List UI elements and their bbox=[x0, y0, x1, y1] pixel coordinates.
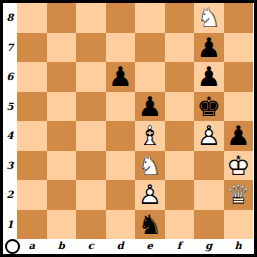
white-knight: ♞♘ bbox=[194, 3, 224, 33]
square-e1[interactable]: ♞ bbox=[135, 210, 165, 240]
square-f5[interactable] bbox=[165, 92, 195, 122]
square-b5[interactable] bbox=[47, 92, 77, 122]
square-d5[interactable] bbox=[106, 92, 136, 122]
square-g4[interactable]: ♟♙ bbox=[194, 121, 224, 151]
rank-label-1: 1 bbox=[3, 210, 17, 240]
white-pawn: ♟♙ bbox=[194, 121, 224, 151]
rank-label-3: 3 bbox=[3, 151, 17, 181]
square-d1[interactable] bbox=[106, 210, 136, 240]
square-c4[interactable] bbox=[76, 121, 106, 151]
square-g6[interactable]: ♟ bbox=[194, 62, 224, 92]
square-c5[interactable] bbox=[76, 92, 106, 122]
square-e2[interactable]: ♟♙ bbox=[135, 180, 165, 210]
black-pawn: ♟ bbox=[224, 121, 254, 151]
square-b3[interactable] bbox=[47, 151, 77, 181]
square-b4[interactable] bbox=[47, 121, 77, 151]
square-b7[interactable] bbox=[47, 33, 77, 63]
square-b1[interactable] bbox=[47, 210, 77, 240]
square-a8[interactable] bbox=[17, 3, 47, 33]
piece-outline-layer: ♘ bbox=[135, 151, 165, 181]
square-c6[interactable] bbox=[76, 62, 106, 92]
black-knight: ♞ bbox=[135, 210, 165, 240]
diagram-frame: 8 7 6 5 4 3 2 1 ♞♘♟♟♟♟♚♝♗♟♙♟♞♘♚♔♟♙♛♕♞ a … bbox=[0, 0, 257, 257]
square-e6[interactable] bbox=[135, 62, 165, 92]
square-f6[interactable] bbox=[165, 62, 195, 92]
square-h8[interactable] bbox=[224, 3, 254, 33]
black-pawn: ♟ bbox=[194, 62, 224, 92]
square-d2[interactable] bbox=[106, 180, 136, 210]
square-a3[interactable] bbox=[17, 151, 47, 181]
file-labels: a b c d e f g h bbox=[17, 239, 253, 254]
square-g8[interactable]: ♞♘ bbox=[194, 3, 224, 33]
square-f8[interactable] bbox=[165, 3, 195, 33]
square-h7[interactable] bbox=[224, 33, 254, 63]
square-d4[interactable] bbox=[106, 121, 136, 151]
file-label-b: b bbox=[47, 239, 77, 254]
piece-outline-layer: ♗ bbox=[135, 121, 165, 151]
square-h1[interactable] bbox=[224, 210, 254, 240]
square-c8[interactable] bbox=[76, 3, 106, 33]
file-label-f: f bbox=[165, 239, 195, 254]
square-b2[interactable] bbox=[47, 180, 77, 210]
square-h4[interactable]: ♟ bbox=[224, 121, 254, 151]
square-a5[interactable] bbox=[17, 92, 47, 122]
square-g2[interactable] bbox=[194, 180, 224, 210]
square-g1[interactable] bbox=[194, 210, 224, 240]
square-f1[interactable] bbox=[165, 210, 195, 240]
square-a6[interactable] bbox=[17, 62, 47, 92]
white-knight: ♞♘ bbox=[135, 151, 165, 181]
rank-label-7: 7 bbox=[3, 33, 17, 63]
file-label-g: g bbox=[194, 239, 224, 254]
square-f4[interactable] bbox=[165, 121, 195, 151]
square-a2[interactable] bbox=[17, 180, 47, 210]
rank-label-5: 5 bbox=[3, 92, 17, 122]
square-c2[interactable] bbox=[76, 180, 106, 210]
square-d6[interactable]: ♟ bbox=[106, 62, 136, 92]
white-pawn: ♟♙ bbox=[135, 180, 165, 210]
black-pawn: ♟ bbox=[135, 92, 165, 122]
square-d3[interactable] bbox=[106, 151, 136, 181]
white-to-move-indicator bbox=[5, 239, 20, 254]
square-c1[interactable] bbox=[76, 210, 106, 240]
black-pawn: ♟ bbox=[106, 62, 136, 92]
rank-label-6: 6 bbox=[3, 62, 17, 92]
file-label-h: h bbox=[224, 239, 254, 254]
piece-outline-layer: ♘ bbox=[194, 3, 224, 33]
square-g7[interactable]: ♟ bbox=[194, 33, 224, 63]
square-f2[interactable] bbox=[165, 180, 195, 210]
black-king: ♚ bbox=[194, 92, 224, 122]
file-label-a: a bbox=[17, 239, 47, 254]
file-label-d: d bbox=[106, 239, 136, 254]
square-d7[interactable] bbox=[106, 33, 136, 63]
square-c3[interactable] bbox=[76, 151, 106, 181]
square-h2[interactable]: ♛♕ bbox=[224, 180, 254, 210]
rank-labels: 8 7 6 5 4 3 2 1 bbox=[3, 3, 17, 239]
piece-outline-layer: ♔ bbox=[224, 151, 254, 181]
piece-outline-layer: ♕ bbox=[224, 180, 254, 210]
white-king: ♚♔ bbox=[224, 151, 254, 181]
square-h6[interactable] bbox=[224, 62, 254, 92]
square-d8[interactable] bbox=[106, 3, 136, 33]
square-e5[interactable]: ♟ bbox=[135, 92, 165, 122]
diagram-inner: 8 7 6 5 4 3 2 1 ♞♘♟♟♟♟♚♝♗♟♙♟♞♘♚♔♟♙♛♕♞ a … bbox=[3, 3, 254, 254]
square-a7[interactable] bbox=[17, 33, 47, 63]
square-f7[interactable] bbox=[165, 33, 195, 63]
rank-label-8: 8 bbox=[3, 3, 17, 33]
square-e3[interactable]: ♞♘ bbox=[135, 151, 165, 181]
square-a4[interactable] bbox=[17, 121, 47, 151]
square-e4[interactable]: ♝♗ bbox=[135, 121, 165, 151]
black-pawn: ♟ bbox=[194, 33, 224, 63]
rank-label-4: 4 bbox=[3, 121, 17, 151]
white-bishop: ♝♗ bbox=[135, 121, 165, 151]
square-e7[interactable] bbox=[135, 33, 165, 63]
square-f3[interactable] bbox=[165, 151, 195, 181]
file-label-c: c bbox=[76, 239, 106, 254]
square-g5[interactable]: ♚ bbox=[194, 92, 224, 122]
square-c7[interactable] bbox=[76, 33, 106, 63]
square-e8[interactable] bbox=[135, 3, 165, 33]
square-b6[interactable] bbox=[47, 62, 77, 92]
piece-outline-layer: ♙ bbox=[194, 121, 224, 151]
chess-board: ♞♘♟♟♟♟♚♝♗♟♙♟♞♘♚♔♟♙♛♕♞ bbox=[17, 3, 253, 239]
square-h5[interactable] bbox=[224, 92, 254, 122]
square-h3[interactable]: ♚♔ bbox=[224, 151, 254, 181]
white-queen: ♛♕ bbox=[224, 180, 254, 210]
file-label-e: e bbox=[135, 239, 165, 254]
rank-label-2: 2 bbox=[3, 180, 17, 210]
square-a1[interactable] bbox=[17, 210, 47, 240]
square-b8[interactable] bbox=[47, 3, 77, 33]
piece-outline-layer: ♙ bbox=[135, 180, 165, 210]
square-g3[interactable] bbox=[194, 151, 224, 181]
